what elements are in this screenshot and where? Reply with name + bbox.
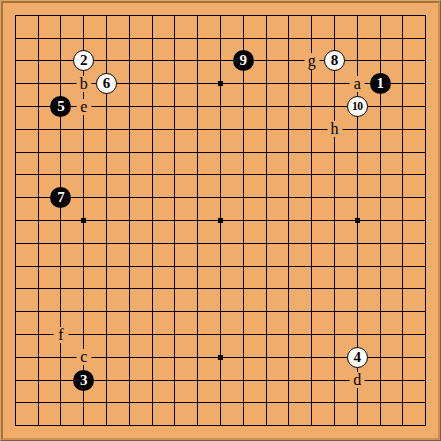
intersection [346,164,369,187]
intersection [118,346,141,369]
intersection [414,72,437,95]
intersection [209,164,232,187]
intersection [4,118,27,141]
intersection [164,278,187,301]
intersection [27,50,50,73]
intersection [50,141,73,164]
intersection [209,141,232,164]
intersection [186,323,209,346]
intersection [300,255,323,278]
intersection [141,95,164,118]
intersection [323,186,346,209]
intersection [72,164,95,187]
intersection [186,50,209,73]
intersection [118,278,141,301]
intersection [118,255,141,278]
intersection: 1 [369,72,392,95]
intersection [95,232,118,255]
intersection [27,141,50,164]
intersection [118,27,141,50]
intersection [95,346,118,369]
intersection [186,278,209,301]
stone-number: 3 [80,373,88,388]
intersection [72,4,95,27]
intersection [141,27,164,50]
intersection: 9 [232,50,255,73]
intersection [255,209,278,232]
intersection [323,346,346,369]
intersection [346,186,369,209]
intersection [186,255,209,278]
stone-number: 8 [331,53,339,68]
stone-black-5: 5 [50,96,71,117]
intersection [72,141,95,164]
intersection [95,392,118,415]
intersection [346,232,369,255]
intersection [414,232,437,255]
intersection: 4 [346,346,369,369]
intersection [141,164,164,187]
intersection [278,300,301,323]
intersection [209,4,232,27]
intersection [4,392,27,415]
intersection [118,164,141,187]
intersection [4,50,27,73]
intersection [164,27,187,50]
intersection [232,118,255,141]
intersection [300,141,323,164]
intersection [300,414,323,437]
intersection [346,323,369,346]
intersection: b [72,72,95,95]
stone-black-9: 9 [233,50,254,71]
intersection [392,300,415,323]
intersection [414,118,437,141]
intersection [414,164,437,187]
intersection [118,118,141,141]
intersection [141,209,164,232]
intersection [369,369,392,392]
intersection [414,50,437,73]
intersection [369,164,392,187]
intersection [232,392,255,415]
intersection [346,27,369,50]
intersection [346,300,369,323]
intersection [414,209,437,232]
board-grid: 29g8b6a15e10h7fc43d [4,4,437,437]
intersection [27,27,50,50]
intersection [300,232,323,255]
intersection [118,300,141,323]
intersection [72,232,95,255]
intersection: 2 [72,50,95,73]
intersection [186,164,209,187]
intersection [186,95,209,118]
intersection [392,414,415,437]
intersection: c [72,346,95,369]
intersection [95,323,118,346]
intersection [50,300,73,323]
intersection [141,50,164,73]
intersection [369,414,392,437]
intersection [414,27,437,50]
intersection [50,369,73,392]
intersection [232,186,255,209]
intersection [232,141,255,164]
intersection [209,392,232,415]
intersection [186,141,209,164]
intersection [300,346,323,369]
intersection [4,232,27,255]
intersection [323,414,346,437]
intersection [72,323,95,346]
intersection [118,4,141,27]
intersection [72,414,95,437]
hoshi-point [81,218,86,223]
intersection [27,164,50,187]
intersection [369,27,392,50]
intersection [4,369,27,392]
intersection [164,186,187,209]
intersection [186,72,209,95]
intersection [392,4,415,27]
intersection [72,209,95,232]
intersection [369,278,392,301]
stone-white-2: 2 [73,50,94,71]
intersection: d [346,369,369,392]
intersection [392,50,415,73]
intersection [209,369,232,392]
intersection [141,369,164,392]
intersection [323,392,346,415]
intersection [186,209,209,232]
intersection [50,164,73,187]
intersection [255,27,278,50]
intersection [118,323,141,346]
intersection [278,4,301,27]
intersection [50,392,73,415]
intersection [209,346,232,369]
intersection [323,141,346,164]
intersection [232,72,255,95]
label-b: b [76,76,91,92]
intersection [392,392,415,415]
intersection [4,4,27,27]
intersection [209,209,232,232]
intersection [118,141,141,164]
intersection [50,346,73,369]
intersection [72,118,95,141]
intersection [369,95,392,118]
intersection [278,323,301,346]
stone-number: 5 [57,99,65,114]
intersection [392,27,415,50]
intersection [323,255,346,278]
intersection [323,4,346,27]
intersection [323,209,346,232]
intersection [4,72,27,95]
intersection [95,4,118,27]
intersection [300,278,323,301]
intersection [255,414,278,437]
intersection [369,4,392,27]
stone-number: 6 [103,76,111,91]
intersection [50,278,73,301]
intersection [392,141,415,164]
intersection [300,164,323,187]
intersection [50,4,73,27]
intersection [392,346,415,369]
intersection [27,255,50,278]
intersection [95,186,118,209]
intersection [141,323,164,346]
intersection [186,118,209,141]
intersection [278,232,301,255]
intersection [232,95,255,118]
stone-number: 1 [376,76,384,91]
intersection [232,232,255,255]
intersection [369,141,392,164]
intersection [346,255,369,278]
intersection [323,323,346,346]
intersection [300,186,323,209]
stone-white-6: 6 [96,73,117,94]
intersection [414,278,437,301]
intersection: 6 [95,72,118,95]
intersection [209,118,232,141]
intersection [232,346,255,369]
intersection [414,255,437,278]
intersection [95,95,118,118]
intersection [141,255,164,278]
intersection [209,95,232,118]
intersection [255,141,278,164]
intersection: 5 [50,95,73,118]
intersection [27,118,50,141]
intersection [392,72,415,95]
intersection [278,346,301,369]
intersection [118,72,141,95]
intersection [369,392,392,415]
intersection [95,27,118,50]
intersection: 7 [50,186,73,209]
intersection [4,414,27,437]
intersection [164,164,187,187]
intersection [118,209,141,232]
intersection [255,4,278,27]
intersection [369,232,392,255]
intersection [346,414,369,437]
intersection [346,278,369,301]
intersection [414,300,437,323]
intersection [209,255,232,278]
intersection [369,255,392,278]
intersection [186,186,209,209]
intersection [392,95,415,118]
intersection [141,4,164,27]
intersection [186,4,209,27]
intersection [95,50,118,73]
intersection [255,186,278,209]
intersection [392,278,415,301]
intersection [346,4,369,27]
label-c: c [76,349,91,365]
intersection [4,278,27,301]
intersection [255,255,278,278]
intersection [95,118,118,141]
hoshi-point [218,218,223,223]
go-board: 29g8b6a15e10h7fc43d [0,0,441,441]
intersection [369,209,392,232]
intersection [414,414,437,437]
label-h: h [327,121,342,137]
intersection [186,300,209,323]
intersection [4,186,27,209]
intersection [278,392,301,415]
intersection [164,4,187,27]
intersection [255,278,278,301]
intersection [255,72,278,95]
intersection [392,323,415,346]
intersection [141,232,164,255]
intersection [278,27,301,50]
intersection [164,209,187,232]
intersection [164,95,187,118]
intersection [141,346,164,369]
stone-white-10: 10 [347,96,368,117]
intersection [95,414,118,437]
intersection [278,209,301,232]
intersection [118,186,141,209]
intersection [232,323,255,346]
intersection [118,392,141,415]
intersection [323,278,346,301]
intersection [255,95,278,118]
intersection [414,141,437,164]
intersection [278,414,301,437]
intersection [323,95,346,118]
intersection [141,118,164,141]
intersection [392,209,415,232]
intersection [27,278,50,301]
stone-number: 9 [240,53,248,68]
intersection [27,414,50,437]
intersection: 8 [323,50,346,73]
label-f: f [53,327,68,343]
intersection [278,72,301,95]
intersection [369,186,392,209]
intersection [300,369,323,392]
intersection [369,50,392,73]
intersection [27,392,50,415]
intersection [141,72,164,95]
intersection [255,392,278,415]
intersection [278,164,301,187]
intersection [118,95,141,118]
intersection [95,300,118,323]
hoshi-point [218,355,223,360]
intersection [369,323,392,346]
intersection [164,300,187,323]
intersection [255,164,278,187]
intersection [72,186,95,209]
intersection: 3 [72,369,95,392]
intersection [95,141,118,164]
intersection [209,300,232,323]
intersection [141,141,164,164]
stone-black-7: 7 [50,187,71,208]
intersection [300,95,323,118]
intersection [209,323,232,346]
intersection [300,72,323,95]
stone-white-8: 8 [324,50,345,71]
intersection [186,232,209,255]
intersection [141,186,164,209]
intersection [255,323,278,346]
intersection [232,209,255,232]
intersection [369,300,392,323]
intersection [346,141,369,164]
intersection [50,255,73,278]
intersection [27,72,50,95]
intersection [4,209,27,232]
intersection [369,118,392,141]
intersection [118,232,141,255]
intersection [50,72,73,95]
intersection [255,118,278,141]
intersection [300,392,323,415]
intersection [323,164,346,187]
intersection [232,414,255,437]
intersection [95,209,118,232]
intersection [392,232,415,255]
intersection [164,141,187,164]
intersection [27,323,50,346]
intersection [209,278,232,301]
intersection [164,323,187,346]
intersection [50,27,73,50]
label-g: g [304,53,319,69]
intersection [95,255,118,278]
intersection: h [323,118,346,141]
intersection [164,118,187,141]
intersection [392,255,415,278]
intersection [255,50,278,73]
intersection [278,118,301,141]
intersection [278,95,301,118]
intersection [50,118,73,141]
intersection [232,255,255,278]
intersection [278,278,301,301]
intersection [300,27,323,50]
intersection [141,278,164,301]
intersection [4,95,27,118]
intersection [346,209,369,232]
intersection [414,323,437,346]
intersection [392,164,415,187]
hoshi-point [355,218,360,223]
intersection [186,414,209,437]
intersection: e [72,95,95,118]
hoshi-point [218,81,223,86]
intersection [232,300,255,323]
intersection [255,300,278,323]
intersection [72,392,95,415]
intersection [72,300,95,323]
intersection [323,72,346,95]
intersection [209,27,232,50]
intersection [232,369,255,392]
